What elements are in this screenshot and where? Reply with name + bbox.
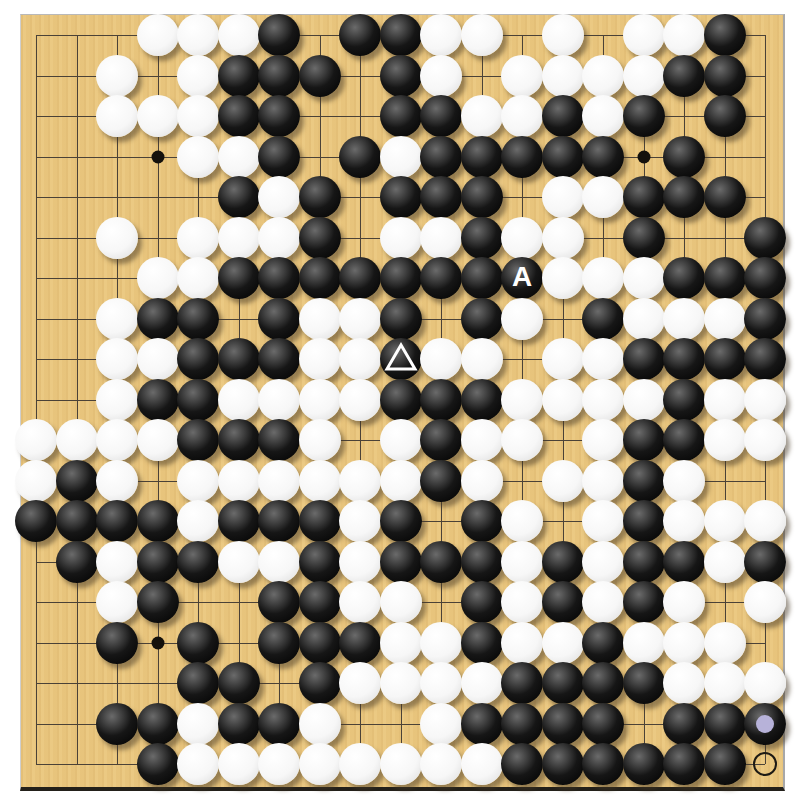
white-stone[interactable] (420, 662, 462, 704)
white-stone[interactable] (177, 257, 219, 299)
black-stone[interactable] (218, 257, 260, 299)
black-stone[interactable] (542, 743, 584, 785)
black-stone[interactable] (339, 136, 381, 178)
black-stone[interactable] (258, 14, 300, 56)
white-stone[interactable] (420, 338, 462, 380)
white-stone[interactable] (663, 581, 705, 623)
white-stone[interactable] (380, 581, 422, 623)
black-stone[interactable] (177, 622, 219, 664)
black-stone[interactable] (258, 95, 300, 137)
black-stone[interactable] (258, 703, 300, 745)
white-stone[interactable] (339, 379, 381, 421)
black-stone[interactable] (380, 541, 422, 583)
black-stone[interactable] (663, 541, 705, 583)
black-stone[interactable] (258, 500, 300, 542)
black-stone[interactable] (663, 419, 705, 461)
white-stone[interactable] (258, 217, 300, 259)
black-stone[interactable] (177, 662, 219, 704)
black-stone[interactable] (420, 460, 462, 502)
black-stone[interactable] (744, 338, 786, 380)
white-stone[interactable] (339, 500, 381, 542)
white-stone[interactable] (137, 95, 179, 137)
black-stone[interactable] (623, 743, 665, 785)
white-stone[interactable] (96, 217, 138, 259)
black-stone[interactable] (582, 136, 624, 178)
triangle-marker (384, 342, 418, 376)
white-stone[interactable] (501, 419, 543, 461)
white-stone[interactable] (380, 743, 422, 785)
black-stone[interactable] (137, 541, 179, 583)
black-stone[interactable] (420, 257, 462, 299)
black-stone[interactable] (137, 581, 179, 623)
black-stone[interactable] (663, 55, 705, 97)
black-stone[interactable] (704, 176, 746, 218)
white-stone[interactable] (177, 55, 219, 97)
white-stone[interactable] (663, 662, 705, 704)
white-stone[interactable] (137, 419, 179, 461)
white-stone[interactable] (542, 338, 584, 380)
white-stone[interactable] (501, 379, 543, 421)
white-stone[interactable] (339, 338, 381, 380)
black-stone[interactable] (461, 703, 503, 745)
black-stone[interactable] (623, 662, 665, 704)
white-stone[interactable] (96, 338, 138, 380)
black-stone[interactable] (420, 419, 462, 461)
black-stone[interactable] (218, 419, 260, 461)
white-stone[interactable] (582, 176, 624, 218)
black-stone[interactable] (704, 55, 746, 97)
black-stone[interactable] (137, 703, 179, 745)
white-stone[interactable] (501, 298, 543, 340)
white-stone[interactable] (96, 581, 138, 623)
black-stone[interactable] (663, 176, 705, 218)
white-stone[interactable] (258, 379, 300, 421)
white-stone[interactable] (56, 419, 98, 461)
black-stone[interactable] (218, 176, 260, 218)
white-stone[interactable] (744, 581, 786, 623)
go-board: A (20, 14, 785, 791)
white-stone[interactable] (218, 217, 260, 259)
white-stone[interactable] (177, 743, 219, 785)
black-stone[interactable] (380, 257, 422, 299)
black-stone[interactable] (299, 581, 341, 623)
black-stone[interactable] (663, 338, 705, 380)
white-stone[interactable] (177, 217, 219, 259)
black-stone[interactable] (461, 379, 503, 421)
white-stone[interactable] (177, 95, 219, 137)
white-stone[interactable] (542, 176, 584, 218)
circle-marker (753, 752, 777, 776)
black-stone[interactable] (542, 581, 584, 623)
black-stone[interactable] (299, 217, 341, 259)
black-stone[interactable] (461, 622, 503, 664)
black-stone[interactable] (663, 743, 705, 785)
black-stone[interactable] (582, 743, 624, 785)
white-stone[interactable] (339, 581, 381, 623)
white-stone[interactable] (744, 500, 786, 542)
white-stone[interactable] (137, 257, 179, 299)
black-stone[interactable] (461, 217, 503, 259)
black-stone[interactable] (380, 500, 422, 542)
black-stone[interactable] (461, 541, 503, 583)
white-stone[interactable] (582, 338, 624, 380)
black-stone[interactable] (704, 703, 746, 745)
white-stone[interactable] (15, 419, 57, 461)
black-stone[interactable] (299, 541, 341, 583)
white-stone[interactable] (501, 95, 543, 137)
white-stone[interactable] (582, 55, 624, 97)
black-stone[interactable] (177, 419, 219, 461)
white-stone[interactable] (96, 541, 138, 583)
white-stone[interactable] (704, 541, 746, 583)
white-stone[interactable] (380, 622, 422, 664)
black-stone[interactable] (623, 419, 665, 461)
white-stone[interactable] (258, 176, 300, 218)
white-stone[interactable] (501, 622, 543, 664)
black-stone[interactable] (501, 703, 543, 745)
white-stone[interactable] (420, 217, 462, 259)
black-stone[interactable] (218, 703, 260, 745)
black-stone[interactable] (663, 136, 705, 178)
white-stone[interactable] (258, 541, 300, 583)
white-stone[interactable] (704, 622, 746, 664)
black-stone[interactable] (461, 500, 503, 542)
white-stone[interactable] (461, 14, 503, 56)
black-stone[interactable] (299, 622, 341, 664)
black-stone[interactable] (258, 55, 300, 97)
white-stone[interactable] (704, 500, 746, 542)
white-stone[interactable] (461, 460, 503, 502)
white-stone[interactable] (623, 55, 665, 97)
white-stone[interactable] (380, 217, 422, 259)
last-move-dot-marker (756, 715, 774, 733)
black-stone[interactable] (380, 55, 422, 97)
black-stone[interactable] (582, 703, 624, 745)
black-stone[interactable] (461, 136, 503, 178)
white-stone[interactable] (420, 14, 462, 56)
black-stone[interactable] (380, 95, 422, 137)
white-stone[interactable] (501, 500, 543, 542)
black-stone[interactable] (663, 257, 705, 299)
white-stone[interactable] (663, 298, 705, 340)
star-point (151, 636, 164, 649)
white-stone[interactable] (542, 622, 584, 664)
white-stone[interactable] (582, 95, 624, 137)
black-stone[interactable] (339, 622, 381, 664)
white-stone[interactable] (582, 581, 624, 623)
black-stone[interactable] (137, 500, 179, 542)
white-stone[interactable] (339, 298, 381, 340)
black-stone[interactable] (137, 298, 179, 340)
white-stone[interactable] (96, 298, 138, 340)
white-stone[interactable] (420, 622, 462, 664)
white-stone[interactable] (704, 379, 746, 421)
black-stone[interactable] (461, 176, 503, 218)
white-stone[interactable] (582, 500, 624, 542)
white-stone[interactable] (177, 136, 219, 178)
black-stone[interactable] (218, 338, 260, 380)
black-stone[interactable] (623, 95, 665, 137)
black-stone[interactable] (623, 338, 665, 380)
black-stone[interactable] (380, 176, 422, 218)
black-stone[interactable] (623, 460, 665, 502)
white-stone[interactable] (299, 379, 341, 421)
white-stone[interactable] (177, 14, 219, 56)
black-stone[interactable] (704, 743, 746, 785)
black-stone[interactable] (501, 743, 543, 785)
white-stone[interactable] (744, 419, 786, 461)
white-stone[interactable] (461, 743, 503, 785)
white-stone[interactable] (380, 460, 422, 502)
white-stone[interactable] (542, 379, 584, 421)
white-stone[interactable] (339, 460, 381, 502)
white-stone[interactable] (663, 622, 705, 664)
black-stone[interactable] (56, 500, 98, 542)
black-stone[interactable] (299, 500, 341, 542)
white-stone[interactable] (177, 460, 219, 502)
black-stone[interactable] (704, 338, 746, 380)
black-stone[interactable] (542, 95, 584, 137)
black-stone[interactable] (258, 136, 300, 178)
black-stone[interactable] (704, 95, 746, 137)
white-stone[interactable] (420, 55, 462, 97)
black-stone[interactable] (420, 176, 462, 218)
white-stone[interactable] (582, 419, 624, 461)
black-stone[interactable] (258, 622, 300, 664)
black-stone[interactable] (420, 541, 462, 583)
black-stone[interactable] (420, 95, 462, 137)
black-stone[interactable] (380, 379, 422, 421)
black-stone[interactable] (218, 662, 260, 704)
black-stone[interactable] (582, 622, 624, 664)
black-stone[interactable] (623, 541, 665, 583)
black-stone[interactable] (258, 298, 300, 340)
black-stone[interactable] (704, 14, 746, 56)
black-stone[interactable] (137, 743, 179, 785)
label-marker: A (512, 263, 532, 291)
white-stone[interactable] (96, 379, 138, 421)
black-stone[interactable] (623, 500, 665, 542)
white-stone[interactable] (299, 338, 341, 380)
white-stone[interactable] (96, 55, 138, 97)
black-stone[interactable] (501, 662, 543, 704)
white-stone[interactable] (380, 662, 422, 704)
black-stone[interactable] (177, 379, 219, 421)
black-stone[interactable] (582, 662, 624, 704)
black-stone[interactable] (96, 622, 138, 664)
white-stone[interactable] (218, 379, 260, 421)
white-stone[interactable] (299, 703, 341, 745)
white-stone[interactable] (623, 622, 665, 664)
white-stone[interactable] (663, 500, 705, 542)
white-stone[interactable] (96, 95, 138, 137)
black-stone[interactable] (258, 419, 300, 461)
black-stone[interactable] (258, 338, 300, 380)
black-stone[interactable] (461, 581, 503, 623)
white-stone[interactable] (339, 662, 381, 704)
black-stone[interactable] (258, 581, 300, 623)
white-stone[interactable] (137, 338, 179, 380)
black-stone[interactable] (177, 298, 219, 340)
black-stone[interactable] (299, 176, 341, 218)
white-stone[interactable] (218, 541, 260, 583)
black-stone[interactable] (218, 55, 260, 97)
white-stone[interactable] (96, 419, 138, 461)
white-stone[interactable] (582, 541, 624, 583)
white-stone[interactable] (299, 743, 341, 785)
white-stone[interactable] (623, 257, 665, 299)
black-stone[interactable] (96, 500, 138, 542)
white-stone[interactable] (582, 379, 624, 421)
black-stone[interactable] (704, 257, 746, 299)
white-stone[interactable] (744, 662, 786, 704)
black-stone[interactable] (258, 257, 300, 299)
white-stone[interactable] (704, 662, 746, 704)
white-stone[interactable] (420, 743, 462, 785)
black-stone[interactable] (623, 581, 665, 623)
black-stone[interactable] (663, 703, 705, 745)
black-stone[interactable] (420, 379, 462, 421)
white-stone[interactable] (704, 298, 746, 340)
star-point (637, 150, 650, 163)
white-stone[interactable] (137, 14, 179, 56)
white-stone[interactable] (461, 419, 503, 461)
black-stone[interactable] (56, 460, 98, 502)
white-stone[interactable] (542, 55, 584, 97)
black-stone[interactable] (299, 257, 341, 299)
white-stone[interactable] (582, 460, 624, 502)
black-stone[interactable] (461, 257, 503, 299)
white-stone[interactable] (461, 95, 503, 137)
white-stone[interactable] (623, 298, 665, 340)
black-stone[interactable] (339, 14, 381, 56)
black-stone[interactable] (542, 662, 584, 704)
white-stone[interactable] (15, 460, 57, 502)
black-stone[interactable] (744, 298, 786, 340)
white-stone[interactable] (218, 14, 260, 56)
black-stone[interactable] (299, 662, 341, 704)
white-stone[interactable] (299, 460, 341, 502)
white-stone[interactable] (663, 460, 705, 502)
white-stone[interactable] (501, 55, 543, 97)
white-stone[interactable] (380, 419, 422, 461)
black-stone[interactable] (299, 55, 341, 97)
black-stone[interactable] (542, 703, 584, 745)
white-stone[interactable] (299, 419, 341, 461)
white-stone[interactable] (623, 379, 665, 421)
black-stone[interactable] (339, 257, 381, 299)
black-stone[interactable] (582, 298, 624, 340)
white-stone[interactable] (501, 217, 543, 259)
white-stone[interactable] (380, 136, 422, 178)
white-stone[interactable] (744, 379, 786, 421)
black-stone[interactable] (218, 95, 260, 137)
page: A (0, 0, 800, 800)
black-stone[interactable] (623, 176, 665, 218)
white-stone[interactable] (96, 460, 138, 502)
white-stone[interactable] (258, 460, 300, 502)
black-stone[interactable] (380, 298, 422, 340)
white-stone[interactable] (663, 14, 705, 56)
black-stone[interactable] (744, 217, 786, 259)
white-stone[interactable] (501, 541, 543, 583)
black-stone[interactable] (177, 338, 219, 380)
black-stone[interactable] (420, 136, 462, 178)
white-stone[interactable] (177, 703, 219, 745)
white-stone[interactable] (258, 743, 300, 785)
white-stone[interactable] (461, 338, 503, 380)
black-stone[interactable] (461, 298, 503, 340)
black-stone[interactable] (218, 500, 260, 542)
black-stone[interactable] (15, 500, 57, 542)
black-stone[interactable] (501, 136, 543, 178)
black-stone[interactable] (137, 379, 179, 421)
white-stone[interactable] (542, 217, 584, 259)
white-stone[interactable] (542, 460, 584, 502)
black-stone[interactable] (380, 14, 422, 56)
black-stone[interactable] (663, 379, 705, 421)
white-stone[interactable] (177, 500, 219, 542)
black-stone[interactable] (96, 703, 138, 745)
white-stone[interactable] (420, 703, 462, 745)
black-stone[interactable] (744, 257, 786, 299)
white-stone[interactable] (299, 298, 341, 340)
black-stone[interactable] (177, 541, 219, 583)
white-stone[interactable] (218, 743, 260, 785)
white-stone[interactable] (582, 257, 624, 299)
white-stone[interactable] (339, 743, 381, 785)
white-stone[interactable] (339, 541, 381, 583)
white-stone[interactable] (501, 581, 543, 623)
white-stone[interactable] (623, 14, 665, 56)
white-stone[interactable] (704, 419, 746, 461)
black-stone[interactable] (56, 541, 98, 583)
black-stone[interactable] (542, 136, 584, 178)
star-point (151, 150, 164, 163)
white-stone[interactable] (542, 14, 584, 56)
white-stone[interactable] (218, 460, 260, 502)
white-stone[interactable] (218, 136, 260, 178)
black-stone[interactable] (744, 541, 786, 583)
white-stone[interactable] (542, 257, 584, 299)
black-stone[interactable] (542, 541, 584, 583)
white-stone[interactable] (461, 662, 503, 704)
black-stone[interactable] (623, 217, 665, 259)
